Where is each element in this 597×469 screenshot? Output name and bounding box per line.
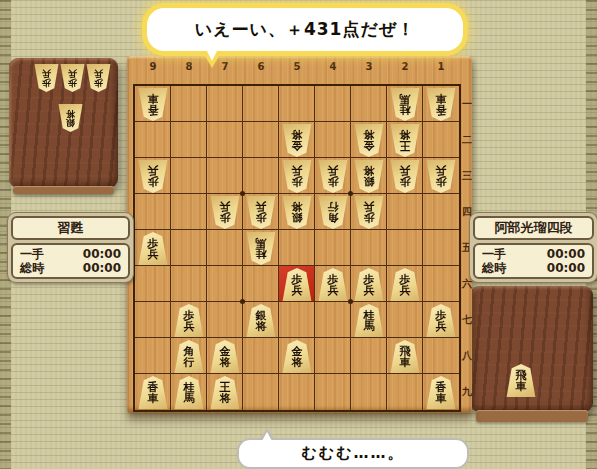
koma-glyph: 歩 (328, 274, 339, 285)
square-1-2[interactable] (423, 122, 459, 158)
square-3-1[interactable] (351, 86, 387, 122)
koma-glyph: 歩 (400, 177, 411, 188)
hoshi-dot (348, 299, 353, 304)
koma-glyph: 兵 (42, 69, 51, 78)
koma-歩兵[interactable]: 歩兵 (34, 64, 59, 92)
square-1-6[interactable] (423, 266, 459, 302)
square-6-6[interactable] (243, 266, 279, 302)
koma-glyph: 銀 (364, 177, 375, 188)
hoshi-dot (240, 299, 245, 304)
koma-glyph: 馬 (256, 238, 267, 249)
right-player-panel: 阿部光瑠四段 一手 00:00 総時 00:00 (469, 212, 597, 283)
square-8-6[interactable] (171, 266, 207, 302)
koma-glyph: 行 (328, 202, 339, 213)
rank-label-7: 七 (461, 302, 473, 338)
file-label-6: 6 (243, 61, 279, 77)
square-7-6[interactable] (207, 266, 243, 302)
square-7-2[interactable] (207, 122, 243, 158)
square-9-2[interactable] (135, 122, 171, 158)
square-9-8[interactable] (135, 338, 171, 374)
koma-glyph: 香 (148, 105, 159, 116)
square-6-8[interactable] (243, 338, 279, 374)
square-3-8[interactable] (351, 338, 387, 374)
left-player-name: 習甦 (11, 216, 130, 240)
file-label-3: 3 (351, 61, 387, 77)
koma-glyph: 金 (364, 141, 375, 152)
sente-speech-bubble: むむむ……。 (237, 438, 469, 469)
square-8-3[interactable] (171, 158, 207, 194)
square-3-9[interactable] (351, 374, 387, 410)
square-2-4[interactable] (387, 194, 423, 230)
koma-glyph: 香 (148, 382, 159, 393)
square-7-5[interactable] (207, 230, 243, 266)
file-label-2: 2 (387, 61, 423, 77)
koma-glyph: 兵 (436, 321, 447, 332)
file-label-5: 5 (279, 61, 315, 77)
file-labels: 987654321 (135, 61, 459, 77)
square-1-4[interactable] (423, 194, 459, 230)
koma-glyph: 馬 (364, 321, 375, 332)
gote-komadai-edge (13, 186, 114, 194)
gote-speech-text: いえーい、＋431点だぜ！ (195, 18, 415, 41)
rank-label-8: 八 (461, 338, 473, 374)
left-player-panel: 習甦 一手 00:00 総時 00:00 (7, 212, 134, 283)
right-total-time-value: 00:00 (547, 261, 585, 275)
koma-glyph: 角 (328, 213, 339, 224)
koma-glyph: 歩 (436, 177, 447, 188)
koma-glyph: 行 (184, 357, 195, 368)
koma-glyph: 兵 (292, 285, 303, 296)
square-5-9[interactable] (279, 374, 315, 410)
square-9-4[interactable] (135, 194, 171, 230)
square-2-9[interactable] (387, 374, 423, 410)
shogi-board: 987654321 一二三四五六七八九 香車桂馬香車金将金将王将歩兵歩兵歩兵銀将… (127, 56, 472, 413)
square-8-5[interactable] (171, 230, 207, 266)
koma-glyph: 銀 (292, 213, 303, 224)
koma-glyph: 飛 (516, 370, 527, 381)
koma-glyph: 兵 (364, 285, 375, 296)
koma-glyph: 歩 (68, 78, 77, 87)
square-6-9[interactable] (243, 374, 279, 410)
koma-歩兵[interactable]: 歩兵 (60, 64, 85, 92)
koma-glyph: 香 (436, 105, 447, 116)
koma-glyph: 将 (220, 393, 231, 404)
koma-glyph: 兵 (436, 166, 447, 177)
koma-glyph: 将 (292, 202, 303, 213)
koma-glyph: 歩 (292, 177, 303, 188)
koma-glyph: 王 (220, 382, 231, 393)
koma-glyph: 銀 (256, 310, 267, 321)
gote-komadai: 歩兵歩兵歩兵銀将 (9, 58, 118, 188)
file-label-1: 1 (423, 61, 459, 77)
koma-glyph: 角 (184, 346, 195, 357)
koma-glyph: 兵 (328, 285, 339, 296)
square-9-7[interactable] (135, 302, 171, 338)
square-8-1[interactable] (171, 86, 207, 122)
koma-glyph: 王 (400, 141, 411, 152)
left-move-time-label: 一手 (20, 247, 44, 261)
left-total-time-label: 総時 (20, 261, 44, 275)
square-1-8[interactable] (423, 338, 459, 374)
koma-glyph: 香 (436, 382, 447, 393)
koma-glyph: 桂 (364, 310, 375, 321)
square-4-5[interactable] (315, 230, 351, 266)
koma-glyph: 将 (292, 130, 303, 141)
koma-glyph: 将 (364, 166, 375, 177)
square-5-7[interactable] (279, 302, 315, 338)
square-7-3[interactable] (207, 158, 243, 194)
koma-glyph: 金 (292, 141, 303, 152)
koma-glyph: 歩 (220, 213, 231, 224)
koma-glyph: 歩 (292, 274, 303, 285)
square-5-5[interactable] (279, 230, 315, 266)
square-8-4[interactable] (171, 194, 207, 230)
square-8-2[interactable] (171, 122, 207, 158)
koma-glyph: 飛 (400, 346, 411, 357)
rank-label-9: 九 (461, 374, 473, 410)
koma-glyph: 兵 (220, 202, 231, 213)
koma-glyph: 将 (66, 109, 75, 118)
file-label-9: 9 (135, 61, 171, 77)
rank-label-3: 三 (461, 158, 473, 194)
koma-glyph: 車 (148, 94, 159, 105)
right-move-time-value: 00:00 (547, 247, 585, 261)
shogi-app: 歩兵歩兵歩兵銀将 飛車 987654321 一二三四五六七八九 香車桂馬香車金将… (0, 0, 597, 469)
koma-glyph: 将 (364, 130, 375, 141)
sente-komadai: 飛車 (470, 286, 593, 412)
koma-glyph: 兵 (364, 202, 375, 213)
right-total-time-label: 総時 (482, 261, 506, 275)
hoshi-dot (348, 191, 353, 196)
rank-label-2: 二 (461, 122, 473, 158)
square-4-1[interactable] (315, 86, 351, 122)
right-move-time-label: 一手 (482, 247, 506, 261)
square-4-9[interactable] (315, 374, 351, 410)
square-7-1[interactable] (207, 86, 243, 122)
koma-glyph: 車 (436, 94, 447, 105)
koma-glyph: 金 (220, 346, 231, 357)
koma-glyph: 将 (292, 357, 303, 368)
koma-glyph: 歩 (184, 310, 195, 321)
square-3-5[interactable] (351, 230, 387, 266)
koma-glyph: 馬 (184, 393, 195, 404)
koma-glyph: 将 (400, 130, 411, 141)
square-2-7[interactable] (387, 302, 423, 338)
koma-glyph: 歩 (364, 213, 375, 224)
left-move-time-value: 00:00 (83, 247, 121, 261)
square-1-5[interactable] (423, 230, 459, 266)
koma-glyph: 歩 (42, 78, 51, 87)
koma-glyph: 金 (292, 346, 303, 357)
koma-glyph: 銀 (66, 118, 75, 127)
square-2-5[interactable] (387, 230, 423, 266)
koma-glyph: 将 (220, 357, 231, 368)
left-total-time-value: 00:00 (83, 261, 121, 275)
file-label-4: 4 (315, 61, 351, 77)
hoshi-dot (240, 191, 245, 196)
koma-glyph: 歩 (400, 274, 411, 285)
square-6-3[interactable] (243, 158, 279, 194)
square-4-7[interactable] (315, 302, 351, 338)
sente-komadai-edge (476, 410, 588, 422)
koma-glyph: 兵 (400, 285, 411, 296)
koma-glyph: 歩 (256, 213, 267, 224)
koma-glyph: 車 (516, 381, 527, 392)
right-player-clock: 一手 00:00 総時 00:00 (473, 243, 594, 279)
koma-glyph: 歩 (148, 238, 159, 249)
square-6-1[interactable] (243, 86, 279, 122)
koma-glyph: 車 (400, 357, 411, 368)
koma-飛車[interactable]: 飛車 (506, 364, 536, 397)
square-9-6[interactable] (135, 266, 171, 302)
rank-label-1: 一 (461, 86, 473, 122)
square-7-7[interactable] (207, 302, 243, 338)
koma-glyph: 桂 (184, 382, 195, 393)
sente-speech-text: むむむ……。 (301, 444, 404, 463)
gote-speech-bubble: いえーい、＋431点だぜ！ (147, 8, 463, 51)
square-6-2[interactable] (243, 122, 279, 158)
koma-glyph: 車 (436, 393, 447, 404)
square-5-1[interactable] (279, 86, 315, 122)
koma-glyph: 歩 (436, 310, 447, 321)
koma-glyph: 桂 (256, 249, 267, 260)
koma-glyph: 歩 (148, 177, 159, 188)
right-player-name: 阿部光瑠四段 (473, 216, 594, 240)
koma-glyph: 歩 (364, 274, 375, 285)
koma-glyph: 馬 (400, 94, 411, 105)
koma-glyph: 兵 (400, 166, 411, 177)
koma-glyph: 兵 (256, 202, 267, 213)
koma-glyph: 将 (256, 321, 267, 332)
bubble-tail (262, 432, 272, 441)
koma-glyph: 兵 (94, 69, 103, 78)
koma-glyph: 兵 (148, 249, 159, 260)
bubble-tail (206, 49, 218, 61)
koma-glyph: 桂 (400, 105, 411, 116)
koma-glyph: 歩 (94, 78, 103, 87)
koma-glyph: 兵 (68, 69, 77, 78)
koma-歩兵[interactable]: 歩兵 (86, 64, 111, 92)
square-4-2[interactable] (315, 122, 351, 158)
koma-glyph: 兵 (328, 166, 339, 177)
koma-glyph: 歩 (328, 177, 339, 188)
left-player-clock: 一手 00:00 総時 00:00 (11, 243, 130, 279)
square-4-8[interactable] (315, 338, 351, 374)
koma-銀将[interactable]: 銀将 (58, 104, 83, 132)
koma-glyph: 車 (148, 393, 159, 404)
koma-glyph: 兵 (292, 166, 303, 177)
koma-glyph: 兵 (148, 166, 159, 177)
koma-glyph: 兵 (184, 321, 195, 332)
